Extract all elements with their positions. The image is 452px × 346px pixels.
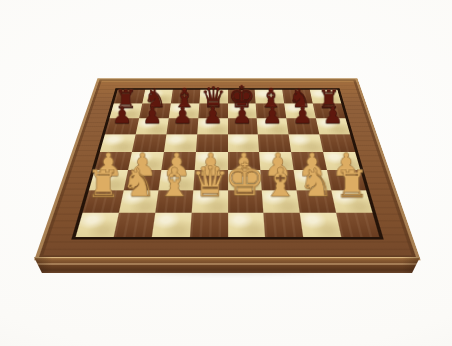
square-c6[interactable]	[166, 118, 198, 134]
square-b1[interactable]	[114, 213, 155, 237]
white-knight-g2[interactable]: ♞	[299, 164, 334, 203]
square-b6[interactable]	[136, 118, 169, 134]
square-c1[interactable]	[152, 213, 192, 237]
square-c7[interactable]	[168, 103, 199, 118]
square-h6[interactable]	[316, 118, 350, 134]
square-a8[interactable]	[114, 90, 145, 104]
white-knight-b2[interactable]: ♞	[121, 164, 156, 203]
square-e6[interactable]	[228, 118, 259, 134]
square-d7[interactable]	[198, 103, 228, 118]
white-rook-a2[interactable]: ♜	[86, 165, 120, 203]
square-b8[interactable]	[142, 90, 172, 104]
square-f1[interactable]	[264, 213, 304, 237]
white-rook-h2[interactable]: ♜	[335, 165, 369, 203]
square-b7[interactable]	[139, 103, 171, 118]
square-h7[interactable]	[313, 103, 346, 118]
square-e1[interactable]	[228, 213, 266, 237]
square-h1[interactable]	[336, 213, 379, 237]
square-a1[interactable]	[76, 213, 119, 237]
square-e8[interactable]	[228, 90, 256, 104]
chess-set-photo: Angled product photo of a wooden chess s…	[0, 0, 452, 346]
square-f7[interactable]	[256, 103, 287, 118]
white-bishop-c2[interactable]: ♝	[156, 163, 192, 203]
square-g7[interactable]	[284, 103, 316, 118]
square-a6[interactable]	[105, 118, 139, 134]
square-a7[interactable]	[109, 103, 142, 118]
square-h8[interactable]	[310, 90, 341, 104]
white-king-e2[interactable]: ♚	[225, 157, 266, 203]
square-d8[interactable]	[199, 90, 227, 104]
square-g8[interactable]	[282, 90, 312, 104]
square-f6[interactable]	[257, 118, 289, 134]
square-e7[interactable]	[228, 103, 258, 118]
white-queen-d2[interactable]: ♛	[191, 161, 229, 203]
chess-board: ♜♞♝♛♚♝♞♜♟♟♟♟♟♟♟♟♟♟♟♟♟♟♟♟♜♞♝♛♚♝♞♜	[34, 78, 421, 260]
square-c8[interactable]	[171, 90, 200, 104]
square-d6[interactable]	[197, 118, 228, 134]
white-bishop-f2[interactable]: ♝	[263, 163, 299, 203]
square-g6[interactable]	[287, 118, 320, 134]
board-front-edge	[28, 257, 426, 273]
square-g1[interactable]	[300, 213, 341, 237]
square-f8[interactable]	[255, 90, 284, 104]
square-d1[interactable]	[190, 213, 228, 237]
